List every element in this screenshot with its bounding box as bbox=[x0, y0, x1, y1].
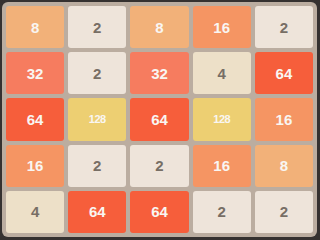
tile-r4c3-2: 2 bbox=[130, 145, 160, 160]
tile-r3c3-64: 64 bbox=[130, 98, 160, 140]
tile-r2c1-32: 32 bbox=[6, 52, 64, 94]
tile-r1c2-2: 2 bbox=[68, 6, 126, 48]
tile-r3c1-64: 64 bbox=[6, 98, 64, 140]
tile-r4c2-2: 2 bbox=[68, 145, 126, 160]
tile-r3c2-128: 128 bbox=[68, 98, 126, 140]
tile-r1c1-8: 8 bbox=[6, 6, 64, 48]
tile-r2c3-32: 32 bbox=[130, 52, 160, 94]
tile-r4c1-16: 16 bbox=[6, 145, 64, 160]
tile-r1c3-8: 8 bbox=[130, 6, 160, 48]
tile-r2c2-2: 2 bbox=[68, 52, 126, 94]
game-board-2048[interactable]: 8281623223246464128641281616221684646422 bbox=[2, 2, 160, 160]
tile-grid: 8281623223246464128641281616221684646422 bbox=[6, 6, 160, 160]
